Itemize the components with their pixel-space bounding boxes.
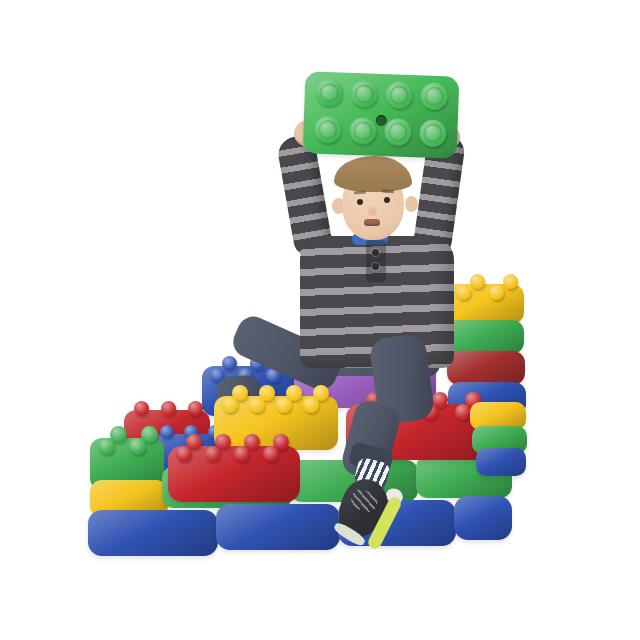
trainer-shoe	[325, 470, 414, 561]
boy-right-leg	[0, 0, 640, 640]
product-photo	[0, 0, 640, 640]
